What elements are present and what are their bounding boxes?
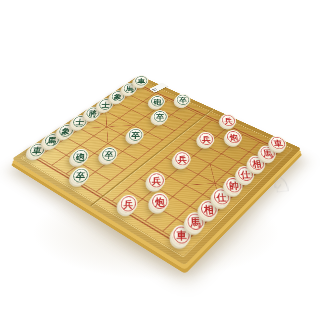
piece-green-soldier[interactable]: 卒 <box>70 168 89 184</box>
piece-character: 卒 <box>104 151 114 159</box>
piece-character: 馬 <box>125 86 133 92</box>
piece-green-soldier[interactable]: 卒 <box>100 147 118 162</box>
piece-green-chariot[interactable]: 車 <box>134 75 149 86</box>
piece-character: 馬 <box>190 217 201 227</box>
piece-red-soldier[interactable]: 兵 <box>197 132 214 146</box>
piece-green-horse[interactable]: 馬 <box>42 133 61 147</box>
piece-character: 卒 <box>156 113 164 120</box>
piece-character: 車 <box>137 78 145 84</box>
piece-character: 炮 <box>154 197 164 207</box>
piece-character: 兵 <box>223 117 232 124</box>
piece-green-general[interactable]: 將 <box>84 107 101 120</box>
piece-character: 車 <box>31 146 42 154</box>
piece-character: 象 <box>61 127 71 134</box>
piece-character: 兵 <box>201 135 210 143</box>
piece-green-advisor[interactable]: 士 <box>97 98 113 110</box>
piece-character: 士 <box>101 101 110 108</box>
watermark: ♘ <box>269 169 293 199</box>
piece-character: 卒 <box>131 131 140 139</box>
piece-red-soldier[interactable]: 兵 <box>118 195 137 213</box>
piece-green-soldier[interactable]: 卒 <box>175 94 190 106</box>
piece-character: 車 <box>272 139 282 147</box>
piece-character: 砲 <box>153 98 161 105</box>
piece-character: 士 <box>75 118 84 125</box>
piece-character: 相 <box>251 159 262 167</box>
piece-character: 相 <box>203 204 214 214</box>
piece-character: 象 <box>113 93 121 99</box>
piece-character: 炮 <box>229 134 239 142</box>
piece-character: 卒 <box>75 172 85 181</box>
piece-character: 兵 <box>123 199 133 209</box>
piece-character: 砲 <box>75 153 85 161</box>
product-photo-canvas: 車馬象士將士象馬車砲砲卒卒卒卒卒兵兵兵兵兵炮炮車馬相仕帥仕相馬車 ♘ <box>0 0 320 320</box>
piece-character: 兵 <box>177 155 186 163</box>
piece-green-soldier[interactable]: 卒 <box>152 110 167 123</box>
piece-green-soldier[interactable]: 卒 <box>127 128 143 142</box>
piece-green-elephant[interactable]: 象 <box>110 90 126 102</box>
piece-red-cannon[interactable]: 炮 <box>224 130 242 144</box>
piece-red-cannon[interactable]: 炮 <box>150 193 168 211</box>
piece-red-soldier[interactable]: 兵 <box>173 151 190 166</box>
piece-red-soldier[interactable]: 兵 <box>147 172 164 189</box>
piece-character: 仕 <box>216 193 227 202</box>
piece-character: 帥 <box>228 181 239 190</box>
piece-green-horse[interactable]: 馬 <box>122 83 137 94</box>
piece-character: 兵 <box>151 176 160 185</box>
piece-character: 仕 <box>240 170 251 179</box>
piece-character: 馬 <box>262 149 273 157</box>
piece-red-soldier[interactable]: 兵 <box>220 114 237 127</box>
piece-green-elephant[interactable]: 象 <box>56 124 74 138</box>
piece-character: 將 <box>88 110 97 117</box>
piece-character: 車 <box>176 230 187 241</box>
piece-green-advisor[interactable]: 士 <box>70 115 87 128</box>
piece-character: 卒 <box>179 97 187 103</box>
piece-character: 馬 <box>46 137 56 145</box>
piece-green-cannon[interactable]: 砲 <box>150 95 165 107</box>
